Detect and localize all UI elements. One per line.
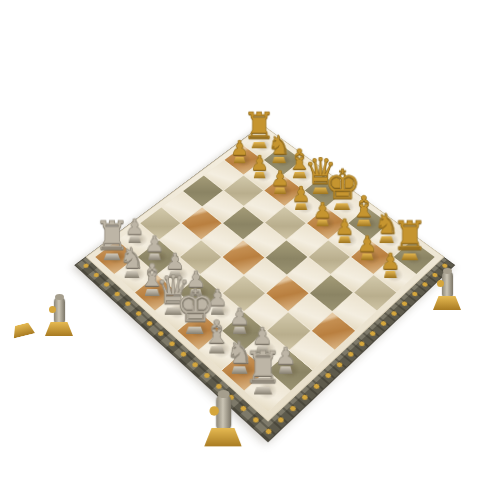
chess-board: ♜♞♝♛♚♝♞♜♟♟♟♟♟♟♟♟♟♟♟♟♟♟♟♟♜♞♝♛♚♝♞♜ — [95, 131, 434, 412]
gilt-wedge-base — [204, 428, 242, 447]
piece-silver-rook-h1: ♜ — [243, 346, 283, 396]
gilt-wedge-base — [433, 296, 461, 310]
caryatid-figure — [216, 394, 231, 429]
pawn-glyph: ♟ — [373, 251, 410, 273]
stepped-pedestal — [254, 388, 273, 396]
caryatid-figure — [442, 271, 453, 297]
figural-foot-left — [42, 297, 76, 336]
figural-foot-front — [200, 394, 246, 447]
caryatid-figure — [54, 297, 65, 323]
rook-glyph: ♜ — [243, 346, 283, 390]
board-assembly: ♜♞♝♛♚♝♞♜♟♟♟♟♟♟♟♟♟♟♟♟♟♟♟♟♜♞♝♛♚♝♞♜ — [95, 131, 434, 412]
gilt-wedge-base — [45, 322, 73, 336]
chess-set-photo: ♜♞♝♛♚♝♞♜♟♟♟♟♟♟♟♟♟♟♟♟♟♟♟♟♜♞♝♛♚♝♞♜ — [0, 0, 480, 480]
figural-foot-right — [430, 271, 464, 310]
piece-gold-pawn-h7: ♟ — [373, 251, 410, 278]
